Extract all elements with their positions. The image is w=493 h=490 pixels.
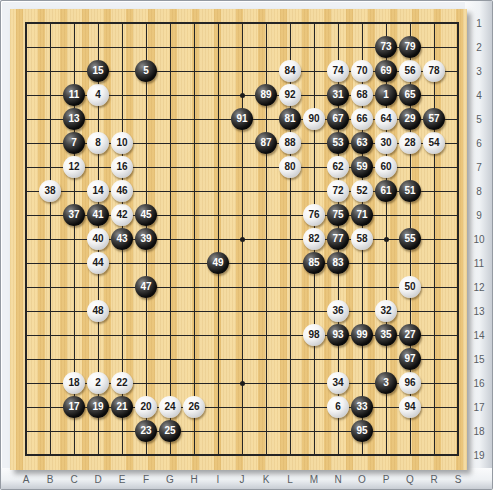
stone-white-92: 92 xyxy=(279,84,301,106)
stone-black-65: 65 xyxy=(399,84,421,106)
star-point-P10 xyxy=(384,237,389,242)
stone-white-22: 22 xyxy=(111,372,133,394)
stone-white-76: 76 xyxy=(303,204,325,226)
column-label-P: P xyxy=(383,474,390,485)
stone-black-87: 87 xyxy=(255,132,277,154)
stone-white-64: 64 xyxy=(375,108,397,130)
stone-white-2: 2 xyxy=(87,372,109,394)
stone-black-3: 3 xyxy=(375,372,397,394)
column-label-S: S xyxy=(455,474,462,485)
stone-black-49: 49 xyxy=(207,252,229,274)
stone-black-75: 75 xyxy=(327,204,349,226)
stone-white-34: 34 xyxy=(327,372,349,394)
stone-black-95: 95 xyxy=(351,420,373,442)
stone-white-62: 62 xyxy=(327,156,349,178)
column-label-C: C xyxy=(70,474,77,485)
stone-white-78: 78 xyxy=(423,60,445,82)
stone-white-46: 46 xyxy=(111,180,133,202)
stone-white-54: 54 xyxy=(423,132,445,154)
stone-white-6: 6 xyxy=(327,396,349,418)
stone-white-4: 4 xyxy=(87,84,109,106)
stone-black-23: 23 xyxy=(135,420,157,442)
grid-line-horizontal xyxy=(26,359,459,360)
stone-black-69: 69 xyxy=(375,60,397,82)
row-label-17: 17 xyxy=(473,402,484,413)
stone-black-1: 1 xyxy=(375,84,397,106)
stone-black-53: 53 xyxy=(327,132,349,154)
column-label-F: F xyxy=(143,474,149,485)
stone-white-8: 8 xyxy=(87,132,109,154)
column-label-L: L xyxy=(287,474,293,485)
stone-black-97: 97 xyxy=(399,348,421,370)
stone-white-56: 56 xyxy=(399,60,421,82)
row-label-9: 9 xyxy=(476,210,482,221)
stone-white-26: 26 xyxy=(183,396,205,418)
column-label-M: M xyxy=(310,474,318,485)
stone-black-83: 83 xyxy=(327,252,349,274)
stone-white-18: 18 xyxy=(63,372,85,394)
stone-white-74: 74 xyxy=(327,60,349,82)
row-label-10: 10 xyxy=(473,234,484,245)
stone-white-52: 52 xyxy=(351,180,373,202)
stone-white-50: 50 xyxy=(399,276,421,298)
stone-white-12: 12 xyxy=(63,156,85,178)
stone-black-43: 43 xyxy=(111,228,133,250)
star-point-J4 xyxy=(240,93,245,98)
column-label-K: K xyxy=(263,474,270,485)
stone-white-28: 28 xyxy=(399,132,421,154)
column-label-H: H xyxy=(190,474,197,485)
stone-black-19: 19 xyxy=(87,396,109,418)
stone-white-82: 82 xyxy=(303,228,325,250)
row-label-14: 14 xyxy=(473,330,484,341)
stone-black-33: 33 xyxy=(351,396,373,418)
stone-black-99: 99 xyxy=(351,324,373,346)
stone-white-90: 90 xyxy=(303,108,325,130)
stone-black-35: 35 xyxy=(375,324,397,346)
column-label-N: N xyxy=(334,474,341,485)
stone-black-77: 77 xyxy=(327,228,349,250)
column-label-Q: Q xyxy=(406,474,414,485)
stone-white-48: 48 xyxy=(87,300,109,322)
stone-white-40: 40 xyxy=(87,228,109,250)
stone-white-42: 42 xyxy=(111,204,133,226)
column-label-I: I xyxy=(217,474,220,485)
stone-black-41: 41 xyxy=(87,204,109,226)
stone-white-20: 20 xyxy=(135,396,157,418)
grid-line-vertical xyxy=(458,23,459,456)
row-label-7: 7 xyxy=(476,162,482,173)
row-label-13: 13 xyxy=(473,306,484,317)
stone-black-61: 61 xyxy=(375,180,397,202)
stone-black-29: 29 xyxy=(399,108,421,130)
stone-white-72: 72 xyxy=(327,180,349,202)
star-point-J16 xyxy=(240,381,245,386)
row-label-8: 8 xyxy=(476,186,482,197)
column-label-A: A xyxy=(23,474,30,485)
stone-black-91: 91 xyxy=(231,108,253,130)
stone-black-51: 51 xyxy=(399,180,421,202)
stone-black-45: 45 xyxy=(135,204,157,226)
row-label-11: 11 xyxy=(474,258,484,269)
stone-black-39: 39 xyxy=(135,228,157,250)
stone-black-5: 5 xyxy=(135,60,157,82)
stone-black-55: 55 xyxy=(399,228,421,250)
stone-white-44: 44 xyxy=(87,252,109,274)
column-label-E: E xyxy=(119,474,126,485)
stone-black-37: 37 xyxy=(63,204,85,226)
stone-black-27: 27 xyxy=(399,324,421,346)
stone-white-10: 10 xyxy=(111,132,133,154)
column-label-J: J xyxy=(240,474,245,485)
grid-line-vertical xyxy=(434,23,435,456)
stone-black-81: 81 xyxy=(279,108,301,130)
grid-line-horizontal xyxy=(26,455,459,456)
stone-white-14: 14 xyxy=(87,180,109,202)
stone-black-67: 67 xyxy=(327,108,349,130)
stone-white-58: 58 xyxy=(351,228,373,250)
star-point-J10 xyxy=(240,237,245,242)
stone-white-96: 96 xyxy=(399,372,421,394)
column-label-B: B xyxy=(47,474,54,485)
row-label-2: 2 xyxy=(476,42,482,53)
stone-black-63: 63 xyxy=(351,132,373,154)
stone-black-71: 71 xyxy=(351,204,373,226)
stone-black-31: 31 xyxy=(327,84,349,106)
stone-white-32: 32 xyxy=(375,300,397,322)
stone-black-11: 11 xyxy=(63,84,85,106)
stone-black-93: 93 xyxy=(327,324,349,346)
stone-white-88: 88 xyxy=(279,132,301,154)
row-label-19: 19 xyxy=(473,450,484,461)
stone-white-66: 66 xyxy=(351,108,373,130)
stone-black-57: 57 xyxy=(423,108,445,130)
stone-white-36: 36 xyxy=(327,300,349,322)
stone-white-84: 84 xyxy=(279,60,301,82)
grid-line-horizontal xyxy=(26,287,459,288)
row-label-18: 18 xyxy=(473,426,484,437)
stone-black-47: 47 xyxy=(135,276,157,298)
stone-white-30: 30 xyxy=(375,132,397,154)
stone-white-16: 16 xyxy=(111,156,133,178)
stone-black-25: 25 xyxy=(159,420,181,442)
stone-black-7: 7 xyxy=(63,132,85,154)
row-label-16: 16 xyxy=(473,378,484,389)
stone-white-60: 60 xyxy=(375,156,397,178)
stone-white-70: 70 xyxy=(351,60,373,82)
grid-line-horizontal xyxy=(26,431,459,432)
stone-white-94: 94 xyxy=(399,396,421,418)
stone-black-17: 17 xyxy=(63,396,85,418)
row-label-4: 4 xyxy=(476,90,482,101)
go-board[interactable]: 1234567810111213141516171819202122232425… xyxy=(10,9,467,470)
stone-white-98: 98 xyxy=(303,324,325,346)
stone-white-68: 68 xyxy=(351,84,373,106)
stone-white-80: 80 xyxy=(279,156,301,178)
go-board-window: 1234567810111213141516171819202122232425… xyxy=(0,0,493,490)
row-label-5: 5 xyxy=(476,114,482,125)
stone-white-24: 24 xyxy=(159,396,181,418)
row-label-3: 3 xyxy=(476,66,482,77)
row-label-12: 12 xyxy=(473,282,484,293)
row-label-6: 6 xyxy=(476,138,482,149)
column-label-D: D xyxy=(94,474,101,485)
stone-black-85: 85 xyxy=(303,252,325,274)
column-label-O: O xyxy=(358,474,366,485)
column-label-R: R xyxy=(430,474,437,485)
row-label-1: 1 xyxy=(476,18,482,29)
column-label-G: G xyxy=(166,474,174,485)
stone-black-59: 59 xyxy=(351,156,373,178)
row-label-15: 15 xyxy=(473,354,484,365)
stone-black-15: 15 xyxy=(87,60,109,82)
stone-black-79: 79 xyxy=(399,36,421,58)
stone-black-73: 73 xyxy=(375,36,397,58)
stone-black-21: 21 xyxy=(111,396,133,418)
stone-black-13: 13 xyxy=(63,108,85,130)
stone-black-89: 89 xyxy=(255,84,277,106)
stone-white-38: 38 xyxy=(39,180,61,202)
